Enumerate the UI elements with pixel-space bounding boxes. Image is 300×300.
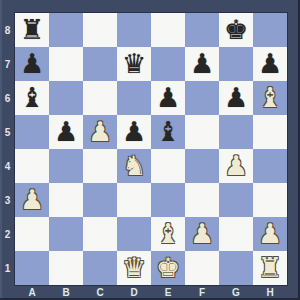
square-g4[interactable]: ♟ <box>219 149 253 183</box>
rank-label-3: 3 <box>0 183 15 217</box>
file-label-d: D <box>117 285 151 300</box>
piece-black-pawn: ♟ <box>253 47 287 81</box>
piece-white-bishop: ♝ <box>253 81 287 115</box>
square-f4[interactable] <box>185 149 219 183</box>
piece-white-pawn: ♟ <box>83 115 117 149</box>
chess-board: ♜♚♟♛♟♟♝♟♟♝♟♟♟♝♞♟♟♝♟♟♛♚♜ <box>15 13 287 285</box>
file-labels: ABCDEFGH <box>15 285 287 300</box>
piece-black-rook: ♜ <box>15 13 49 47</box>
square-h4[interactable] <box>253 149 287 183</box>
file-label-c: C <box>83 285 117 300</box>
square-a6[interactable]: ♝ <box>15 81 49 115</box>
square-a5[interactable] <box>15 115 49 149</box>
square-h6[interactable]: ♝ <box>253 81 287 115</box>
square-c6[interactable] <box>83 81 117 115</box>
square-g8[interactable]: ♚ <box>219 13 253 47</box>
square-h5[interactable] <box>253 115 287 149</box>
square-g1[interactable] <box>219 251 253 285</box>
square-f7[interactable]: ♟ <box>185 47 219 81</box>
square-g7[interactable] <box>219 47 253 81</box>
rank-label-4: 4 <box>0 149 15 183</box>
square-d5[interactable]: ♟ <box>117 115 151 149</box>
square-e7[interactable] <box>151 47 185 81</box>
piece-black-pawn: ♟ <box>151 81 185 115</box>
square-c3[interactable] <box>83 183 117 217</box>
rank-label-5: 5 <box>0 115 15 149</box>
square-e8[interactable] <box>151 13 185 47</box>
piece-black-king: ♚ <box>219 13 253 47</box>
piece-white-pawn: ♟ <box>15 183 49 217</box>
rank-label-2: 2 <box>0 217 15 251</box>
square-e4[interactable] <box>151 149 185 183</box>
square-f8[interactable] <box>185 13 219 47</box>
file-label-f: F <box>185 285 219 300</box>
square-f2[interactable]: ♟ <box>185 217 219 251</box>
square-e6[interactable]: ♟ <box>151 81 185 115</box>
square-b4[interactable] <box>49 149 83 183</box>
square-b3[interactable] <box>49 183 83 217</box>
piece-black-pawn: ♟ <box>117 115 151 149</box>
square-a2[interactable] <box>15 217 49 251</box>
square-d8[interactable] <box>117 13 151 47</box>
piece-white-bishop: ♝ <box>151 217 185 251</box>
square-d1[interactable]: ♛ <box>117 251 151 285</box>
square-b7[interactable] <box>49 47 83 81</box>
square-d6[interactable] <box>117 81 151 115</box>
file-label-a: A <box>15 285 49 300</box>
piece-black-pawn: ♟ <box>15 47 49 81</box>
rank-label-6: 6 <box>0 81 15 115</box>
piece-black-bishop: ♝ <box>151 115 185 149</box>
square-f1[interactable] <box>185 251 219 285</box>
piece-white-pawn: ♟ <box>253 217 287 251</box>
square-c5[interactable]: ♟ <box>83 115 117 149</box>
piece-white-knight: ♞ <box>117 149 151 183</box>
square-e1[interactable]: ♚ <box>151 251 185 285</box>
piece-black-pawn: ♟ <box>49 115 83 149</box>
square-g3[interactable] <box>219 183 253 217</box>
rank-labels: 87654321 <box>0 13 15 285</box>
square-c8[interactable] <box>83 13 117 47</box>
square-c7[interactable] <box>83 47 117 81</box>
piece-white-pawn: ♟ <box>219 149 253 183</box>
square-h3[interactable] <box>253 183 287 217</box>
square-f3[interactable] <box>185 183 219 217</box>
piece-white-rook: ♜ <box>253 251 287 285</box>
file-label-g: G <box>219 285 253 300</box>
piece-black-bishop: ♝ <box>15 81 49 115</box>
rank-label-8: 8 <box>0 13 15 47</box>
piece-white-king: ♚ <box>151 251 185 285</box>
file-label-h: H <box>253 285 287 300</box>
square-a7[interactable]: ♟ <box>15 47 49 81</box>
square-g2[interactable] <box>219 217 253 251</box>
square-b1[interactable] <box>49 251 83 285</box>
square-a4[interactable] <box>15 149 49 183</box>
square-f6[interactable] <box>185 81 219 115</box>
square-b2[interactable] <box>49 217 83 251</box>
square-c4[interactable] <box>83 149 117 183</box>
square-c2[interactable] <box>83 217 117 251</box>
square-b5[interactable]: ♟ <box>49 115 83 149</box>
file-label-e: E <box>151 285 185 300</box>
square-d3[interactable] <box>117 183 151 217</box>
file-label-b: B <box>49 285 83 300</box>
rank-label-7: 7 <box>0 47 15 81</box>
chess-board-frame: 87654321 ♜♚♟♛♟♟♝♟♟♝♟♟♟♝♞♟♟♝♟♟♛♚♜ ABCDEFG… <box>0 0 300 300</box>
square-g5[interactable] <box>219 115 253 149</box>
square-a3[interactable]: ♟ <box>15 183 49 217</box>
square-c1[interactable] <box>83 251 117 285</box>
square-g6[interactable]: ♟ <box>219 81 253 115</box>
square-d2[interactable] <box>117 217 151 251</box>
piece-white-queen: ♛ <box>117 251 151 285</box>
square-d4[interactable]: ♞ <box>117 149 151 183</box>
square-h2[interactable]: ♟ <box>253 217 287 251</box>
square-f5[interactable] <box>185 115 219 149</box>
square-e3[interactable] <box>151 183 185 217</box>
square-b8[interactable] <box>49 13 83 47</box>
piece-black-pawn: ♟ <box>185 47 219 81</box>
square-b6[interactable] <box>49 81 83 115</box>
square-h7[interactable]: ♟ <box>253 47 287 81</box>
square-a8[interactable]: ♜ <box>15 13 49 47</box>
square-h8[interactable] <box>253 13 287 47</box>
piece-white-pawn: ♟ <box>185 217 219 251</box>
square-d7[interactable]: ♛ <box>117 47 151 81</box>
piece-black-queen: ♛ <box>117 47 151 81</box>
square-e5[interactable]: ♝ <box>151 115 185 149</box>
square-a1[interactable] <box>15 251 49 285</box>
square-e2[interactable]: ♝ <box>151 217 185 251</box>
square-h1[interactable]: ♜ <box>253 251 287 285</box>
rank-label-1: 1 <box>0 251 15 285</box>
piece-black-pawn: ♟ <box>219 81 253 115</box>
